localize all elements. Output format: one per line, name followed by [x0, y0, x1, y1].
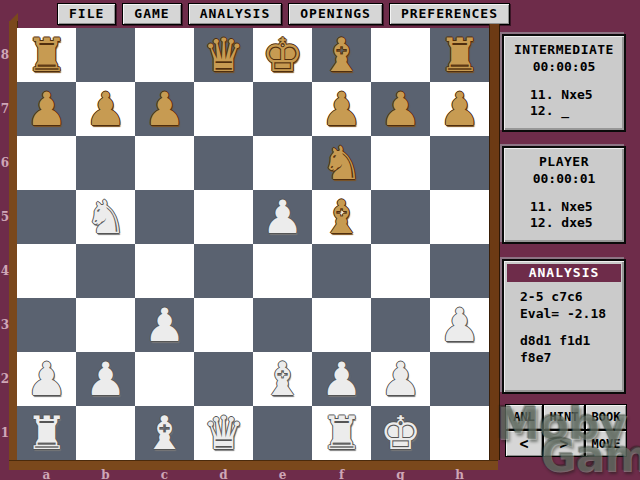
rank-label-5: 5: [0, 190, 10, 244]
rank-labels: 87654321: [0, 28, 10, 460]
analysis-panel: ANALYSIS 2-5 c7c6 Eval= -2.18 d8d1 f1d1 …: [502, 259, 626, 394]
square-a2[interactable]: ♟: [17, 352, 76, 406]
square-b7[interactable]: ♟: [76, 82, 135, 136]
square-g8[interactable]: [371, 28, 430, 82]
square-h5[interactable]: [430, 190, 489, 244]
menu-bar: FILE GAME ANALYSIS OPENINGS PREFERENCES: [57, 3, 510, 25]
square-b2[interactable]: ♟: [76, 352, 135, 406]
piece-tan-pawn[interactable]: ♟: [430, 82, 489, 136]
square-a1[interactable]: ♜: [17, 406, 76, 460]
player-clock: 00:00:01: [504, 171, 624, 186]
square-c7[interactable]: ♟: [135, 82, 194, 136]
square-e7[interactable]: [253, 82, 312, 136]
computer-level-label: INTERMEDIATE: [504, 42, 624, 57]
square-d1[interactable]: ♛: [194, 406, 253, 460]
file-label-b: b: [76, 468, 135, 480]
piece-tan-pawn[interactable]: ♟: [312, 82, 371, 136]
square-b1[interactable]: [76, 406, 135, 460]
square-b8[interactable]: [76, 28, 135, 82]
piece-white-queen[interactable]: ♛: [194, 406, 253, 460]
piece-white-bishop[interactable]: ♝: [253, 352, 312, 406]
computer-clock: 00:00:05: [504, 59, 624, 74]
menu-game[interactable]: GAME: [122, 3, 181, 25]
square-g1[interactable]: ♚: [371, 406, 430, 460]
piece-white-pawn[interactable]: ♟: [430, 298, 489, 352]
square-h7[interactable]: ♟: [430, 82, 489, 136]
next-move-button[interactable]: >: [543, 430, 585, 457]
piece-white-pawn[interactable]: ♟: [371, 352, 430, 406]
player-move-11: 11. Nxe5: [530, 199, 624, 215]
square-g4[interactable]: [371, 244, 430, 298]
menu-preferences[interactable]: PREFERENCES: [389, 3, 510, 25]
square-b6[interactable]: [76, 136, 135, 190]
square-d5[interactable]: [194, 190, 253, 244]
analysis-depth-line: 2-5 c7c6: [504, 289, 624, 306]
computer-move-12: 12. _: [530, 103, 624, 119]
square-d6[interactable]: [194, 136, 253, 190]
piece-tan-queen[interactable]: ♛: [194, 28, 253, 82]
piece-white-pawn[interactable]: ♟: [76, 352, 135, 406]
square-f5[interactable]: ♝: [312, 190, 371, 244]
player-move-12: 12. dxe5: [530, 215, 624, 231]
piece-tan-knight[interactable]: ♞: [312, 136, 371, 190]
file-label-g: g: [371, 468, 430, 480]
piece-white-bishop[interactable]: ♝: [135, 406, 194, 460]
square-f2[interactable]: ♟: [312, 352, 371, 406]
square-d8[interactable]: ♛: [194, 28, 253, 82]
piece-tan-bishop[interactable]: ♝: [312, 190, 371, 244]
piece-white-pawn[interactable]: ♟: [253, 190, 312, 244]
rank-label-7: 7: [0, 82, 10, 136]
piece-white-pawn[interactable]: ♟: [17, 352, 76, 406]
square-a5[interactable]: [17, 190, 76, 244]
square-f7[interactable]: ♟: [312, 82, 371, 136]
player-panel: PLAYER 00:00:01 11. Nxe5 12. dxe5: [502, 146, 626, 244]
square-h8[interactable]: ♜: [430, 28, 489, 82]
move-button[interactable]: MOVE: [585, 430, 627, 457]
square-c2[interactable]: [135, 352, 194, 406]
square-g7[interactable]: ♟: [371, 82, 430, 136]
piece-tan-rook[interactable]: ♜: [430, 28, 489, 82]
square-a3[interactable]: [17, 298, 76, 352]
square-e3[interactable]: [253, 298, 312, 352]
piece-white-king[interactable]: ♚: [371, 406, 430, 460]
file-label-f: f: [312, 468, 371, 480]
square-e5[interactable]: ♟: [253, 190, 312, 244]
analysis-eval-line: Eval= -2.18: [504, 306, 624, 323]
square-b5[interactable]: ♞: [76, 190, 135, 244]
board: ♜♛♚♝♜♟♟♟♟♟♟♞♞♟♝♟♟♟♟♝♟♟♜♝♛♜♚: [17, 28, 489, 460]
square-e8[interactable]: ♚: [253, 28, 312, 82]
square-c1[interactable]: ♝: [135, 406, 194, 460]
square-g2[interactable]: ♟: [371, 352, 430, 406]
file-label-a: a: [17, 468, 76, 480]
piece-tan-rook[interactable]: ♜: [17, 28, 76, 82]
anl-button[interactable]: ANL: [505, 404, 543, 430]
computer-panel: INTERMEDIATE 00:00:05 11. Nxe5 12. _: [502, 34, 626, 132]
square-g6[interactable]: [371, 136, 430, 190]
square-a8[interactable]: ♜: [17, 28, 76, 82]
piece-white-pawn[interactable]: ♟: [312, 352, 371, 406]
square-e6[interactable]: [253, 136, 312, 190]
square-f4[interactable]: [312, 244, 371, 298]
file-label-e: e: [253, 468, 312, 480]
file-label-h: h: [430, 468, 489, 480]
menu-openings[interactable]: OPENINGS: [288, 3, 383, 25]
square-g3[interactable]: [371, 298, 430, 352]
square-d7[interactable]: [194, 82, 253, 136]
piece-white-rook[interactable]: ♜: [17, 406, 76, 460]
rank-label-8: 8: [0, 28, 10, 82]
square-b4[interactable]: [76, 244, 135, 298]
square-h6[interactable]: [430, 136, 489, 190]
square-c3[interactable]: ♟: [135, 298, 194, 352]
player-label: PLAYER: [504, 154, 624, 169]
square-d4[interactable]: [194, 244, 253, 298]
square-d3[interactable]: [194, 298, 253, 352]
control-buttons: ANL HINT BOOK < > MOVE: [505, 404, 627, 457]
square-h4[interactable]: [430, 244, 489, 298]
piece-white-pawn[interactable]: ♟: [135, 298, 194, 352]
rank-label-6: 6: [0, 136, 10, 190]
piece-tan-bishop[interactable]: ♝: [312, 28, 371, 82]
hint-button[interactable]: HINT: [543, 404, 585, 430]
computer-move-11: 11. Nxe5: [530, 87, 624, 103]
square-a4[interactable]: [17, 244, 76, 298]
square-a6[interactable]: [17, 136, 76, 190]
piece-white-rook[interactable]: ♜: [312, 406, 371, 460]
menu-analysis[interactable]: ANALYSIS: [188, 3, 283, 25]
square-e4[interactable]: [253, 244, 312, 298]
rank-label-2: 2: [0, 352, 10, 406]
square-e2[interactable]: ♝: [253, 352, 312, 406]
square-h1[interactable]: [430, 406, 489, 460]
rank-label-1: 1: [0, 406, 10, 460]
square-h2[interactable]: [430, 352, 489, 406]
analysis-title: ANALYSIS: [507, 264, 621, 282]
square-f3[interactable]: [312, 298, 371, 352]
analysis-pv-line-1: d8d1 f1d1: [504, 333, 624, 350]
square-f8[interactable]: ♝: [312, 28, 371, 82]
file-label-c: c: [135, 468, 194, 480]
rank-label-3: 3: [0, 298, 10, 352]
square-c6[interactable]: [135, 136, 194, 190]
square-f6[interactable]: ♞: [312, 136, 371, 190]
rank-label-4: 4: [0, 244, 10, 298]
piece-white-knight[interactable]: ♞: [76, 190, 135, 244]
square-b3[interactable]: [76, 298, 135, 352]
file-label-d: d: [194, 468, 253, 480]
square-g5[interactable]: [371, 190, 430, 244]
square-c4[interactable]: [135, 244, 194, 298]
menu-file[interactable]: FILE: [57, 3, 116, 25]
file-labels: abcdefgh: [17, 468, 489, 480]
piece-tan-pawn[interactable]: ♟: [17, 82, 76, 136]
piece-tan-king[interactable]: ♚: [253, 28, 312, 82]
square-d2[interactable]: [194, 352, 253, 406]
square-e1[interactable]: [253, 406, 312, 460]
square-c5[interactable]: [135, 190, 194, 244]
square-c8[interactable]: [135, 28, 194, 82]
square-f1[interactable]: ♜: [312, 406, 371, 460]
piece-tan-pawn[interactable]: ♟: [135, 82, 194, 136]
analysis-pv-line-2: f8e7: [504, 350, 624, 367]
square-h3[interactable]: ♟: [430, 298, 489, 352]
piece-tan-pawn[interactable]: ♟: [371, 82, 430, 136]
piece-tan-pawn[interactable]: ♟: [76, 82, 135, 136]
square-a7[interactable]: ♟: [17, 82, 76, 136]
prev-move-button[interactable]: <: [505, 430, 543, 457]
board-frame-right: [489, 24, 500, 460]
book-button[interactable]: BOOK: [585, 404, 627, 430]
